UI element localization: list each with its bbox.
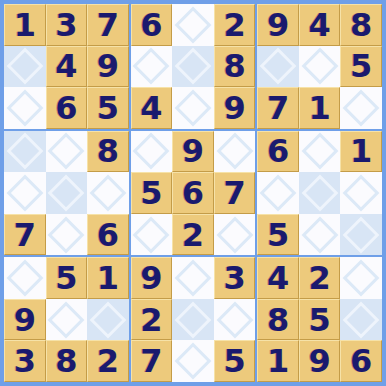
diamond-icon [301,175,338,212]
cell-r3c3: 5 [87,87,129,129]
cell-r6c3: 6 [87,214,129,256]
box-r2c2: 95672 [131,131,256,256]
cell-value: 9 [14,304,36,336]
box-r2c1: 876 [4,131,129,256]
cell-r5c5: 6 [172,172,214,214]
diamond-icon [260,48,297,85]
cell-r2c3: 9 [87,46,129,88]
cell-r7c8: 2 [299,257,341,299]
cell-value: 7 [267,92,289,124]
cell-r4c9: 1 [340,131,382,173]
cell-value: 2 [140,304,162,336]
cell-r9c1: 3 [4,340,46,382]
cell-value: 5 [309,304,331,336]
cell-r3c6: 9 [214,87,256,129]
diamond-icon [343,175,380,212]
diamond-icon [6,133,43,170]
diamond-icon [48,175,85,212]
diamond-icon [301,48,338,85]
cell-r4c5: 9 [172,131,214,173]
diamond-icon [343,89,380,126]
cell-r5c7[interactable] [257,172,299,214]
cell-r1c5[interactable] [172,4,214,46]
cell-value: 8 [55,345,77,377]
cell-value: 3 [55,9,77,41]
cell-r1c4: 6 [131,4,173,46]
box-r1c1: 1374965 [4,4,129,129]
cell-r1c6: 2 [214,4,256,46]
cell-r9c4: 7 [131,340,173,382]
diamond-icon [89,175,126,212]
cell-value: 4 [55,50,77,82]
diamond-icon [6,175,43,212]
cell-r1c3: 7 [87,4,129,46]
cell-r9c9: 6 [340,340,382,382]
cell-r7c5[interactable] [172,257,214,299]
diamond-icon [216,301,253,338]
cell-r3c2: 6 [46,87,88,129]
cell-r5c2[interactable] [46,172,88,214]
cell-value: 5 [223,345,245,377]
diamond-icon [216,216,253,253]
cell-value: 7 [140,345,162,377]
cell-r7c6: 3 [214,257,256,299]
cell-r3c5[interactable] [172,87,214,129]
cell-r5c1[interactable] [4,172,46,214]
cell-r3c4: 4 [131,87,173,129]
cell-r7c2: 5 [46,257,88,299]
diamond-icon [343,260,380,297]
cell-r3c8: 1 [299,87,341,129]
diamond-icon [343,301,380,338]
cell-value: 1 [309,92,331,124]
cell-value: 8 [97,135,119,167]
cell-value: 8 [267,304,289,336]
cell-r4c2[interactable] [46,131,88,173]
cell-value: 6 [97,219,119,251]
cell-r9c5[interactable] [172,340,214,382]
cell-r5c8[interactable] [299,172,341,214]
sudoku-grid: 1374965628499485718769567261551938293275… [4,4,382,382]
diamond-icon [343,216,380,253]
cell-value: 5 [97,92,119,124]
cell-r6c7: 5 [257,214,299,256]
diamond-icon [301,216,338,253]
diamond-icon [48,216,85,253]
cell-value: 7 [223,177,245,209]
cell-value: 8 [223,50,245,82]
cell-r7c7: 4 [257,257,299,299]
cell-value: 1 [267,345,289,377]
cell-value: 5 [350,50,372,82]
cell-value: 5 [55,262,77,294]
diamond-icon [301,133,338,170]
cell-r7c4: 9 [131,257,173,299]
cell-r8c1: 9 [4,299,46,341]
diamond-icon [48,133,85,170]
box-r3c1: 519382 [4,257,129,382]
cell-r8c9[interactable] [340,299,382,341]
cell-r5c3[interactable] [87,172,129,214]
diamond-icon [216,133,253,170]
cell-r1c8: 4 [299,4,341,46]
diamond-icon [260,175,297,212]
cell-value: 3 [14,345,36,377]
diamond-icon [175,260,212,297]
cell-r9c3: 2 [87,340,129,382]
box-r3c3: 4285196 [257,257,382,382]
cell-r8c3[interactable] [87,299,129,341]
diamond-icon [175,48,212,85]
cell-value: 1 [14,9,36,41]
cell-r2c7[interactable] [257,46,299,88]
cell-value: 4 [267,262,289,294]
cell-value: 9 [267,9,289,41]
cell-r4c6[interactable] [214,131,256,173]
cell-value: 6 [182,177,204,209]
cell-value: 2 [309,262,331,294]
cell-r5c4: 5 [131,172,173,214]
cell-r9c8: 9 [299,340,341,382]
cell-value: 1 [350,135,372,167]
cell-r7c9[interactable] [340,257,382,299]
cell-r8c4: 2 [131,299,173,341]
cell-r8c8: 5 [299,299,341,341]
cell-r4c1[interactable] [4,131,46,173]
cell-r6c5: 2 [172,214,214,256]
cell-r8c5[interactable] [172,299,214,341]
diamond-icon [133,133,170,170]
cell-r8c2[interactable] [46,299,88,341]
cell-value: 7 [14,219,36,251]
cell-value: 6 [55,92,77,124]
cell-value: 4 [140,92,162,124]
diamond-icon [6,260,43,297]
cell-value: 4 [309,9,331,41]
diamond-icon [133,48,170,85]
cell-r3c7: 7 [257,87,299,129]
cell-value: 7 [97,9,119,41]
cell-r7c3: 1 [87,257,129,299]
cell-r2c4[interactable] [131,46,173,88]
cell-r3c9[interactable] [340,87,382,129]
cell-r4c4[interactable] [131,131,173,173]
sudoku-board: 1374965628499485718769567261551938293275… [0,0,386,386]
cell-r8c6[interactable] [214,299,256,341]
cell-r9c7: 1 [257,340,299,382]
diamond-icon [48,301,85,338]
cell-value: 9 [97,50,119,82]
box-r3c2: 93275 [131,257,256,382]
cell-r7c1[interactable] [4,257,46,299]
cell-value: 1 [97,262,119,294]
cell-r2c2: 4 [46,46,88,88]
cell-value: 9 [223,92,245,124]
cell-value: 9 [140,262,162,294]
cell-r1c9: 8 [340,4,382,46]
cell-r1c1: 1 [4,4,46,46]
cell-r5c9[interactable] [340,172,382,214]
cell-value: 3 [223,262,245,294]
cell-value: 5 [267,219,289,251]
cell-r1c7: 9 [257,4,299,46]
cell-value: 8 [350,9,372,41]
cell-r6c6[interactable] [214,214,256,256]
cell-r2c9: 5 [340,46,382,88]
diamond-icon [175,6,212,43]
diamond-icon [6,89,43,126]
cell-r2c5[interactable] [172,46,214,88]
box-r2c3: 615 [257,131,382,256]
cell-r2c8[interactable] [299,46,341,88]
cell-value: 5 [140,177,162,209]
box-r1c2: 62849 [131,4,256,129]
cell-r3c1[interactable] [4,87,46,129]
cell-r5c6: 7 [214,172,256,214]
cell-r6c1: 7 [4,214,46,256]
cell-r6c2[interactable] [46,214,88,256]
box-r1c3: 948571 [257,4,382,129]
cell-value: 2 [97,345,119,377]
cell-r4c7: 6 [257,131,299,173]
cell-r6c4[interactable] [131,214,173,256]
cell-r2c6: 8 [214,46,256,88]
cell-r6c9[interactable] [340,214,382,256]
cell-r9c2: 8 [46,340,88,382]
cell-value: 9 [309,345,331,377]
diamond-icon [133,216,170,253]
diamond-icon [175,89,212,126]
cell-r2c1[interactable] [4,46,46,88]
cell-r8c7: 8 [257,299,299,341]
cell-r9c6: 5 [214,340,256,382]
diamond-icon [175,301,212,338]
cell-value: 6 [350,345,372,377]
cell-value: 6 [140,9,162,41]
cell-value: 6 [267,135,289,167]
cell-r1c2: 3 [46,4,88,46]
cell-r4c8[interactable] [299,131,341,173]
cell-value: 2 [182,219,204,251]
cell-value: 2 [223,9,245,41]
diamond-icon [89,301,126,338]
cell-value: 9 [182,135,204,167]
cell-r4c3: 8 [87,131,129,173]
cell-r6c8[interactable] [299,214,341,256]
diamond-icon [175,343,212,380]
diamond-icon [6,48,43,85]
